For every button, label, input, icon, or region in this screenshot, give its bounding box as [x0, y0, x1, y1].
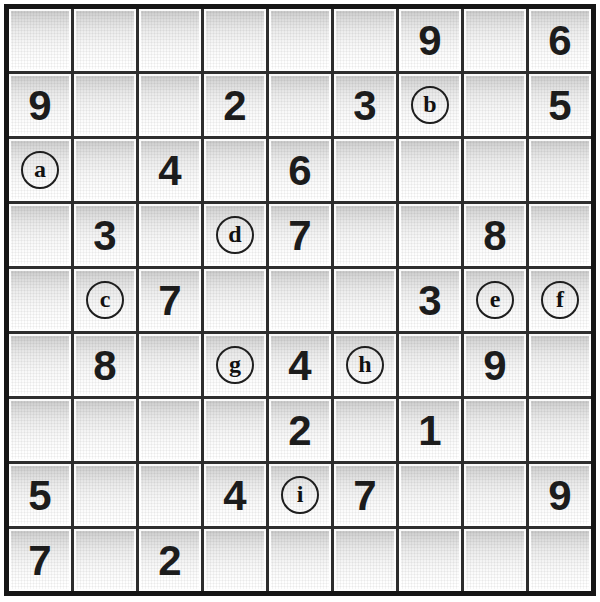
cell-r5c9[interactable]: f — [529, 269, 591, 331]
cell-r8c4[interactable]: 4 — [204, 464, 266, 526]
cell-r9c2[interactable] — [74, 529, 136, 591]
circled-letter-glyph: d — [228, 222, 241, 246]
given-digit: 6 — [288, 150, 311, 192]
cell-r6c1[interactable] — [9, 334, 71, 396]
given-digit: 8 — [483, 215, 506, 257]
given-digit: 3 — [418, 280, 441, 322]
given-digit: 9 — [548, 475, 571, 517]
given-digit: 4 — [288, 345, 311, 387]
cell-r4c9[interactable] — [529, 204, 591, 266]
cell-r9c4[interactable] — [204, 529, 266, 591]
given-digit: 7 — [158, 280, 181, 322]
cell-r3c2[interactable] — [74, 139, 136, 201]
cell-r5c8[interactable]: e — [464, 269, 526, 331]
cell-r7c8[interactable] — [464, 399, 526, 461]
cell-r9c1[interactable]: 7 — [9, 529, 71, 591]
cell-r8c5[interactable]: i — [269, 464, 331, 526]
cell-r4c7[interactable] — [399, 204, 461, 266]
cell-r1c7[interactable]: 9 — [399, 9, 461, 71]
circled-letter-glyph: h — [358, 352, 371, 376]
circled-letter-glyph: g — [229, 352, 241, 376]
given-digit: 3 — [93, 215, 116, 257]
cell-r2c9[interactable]: 5 — [529, 74, 591, 136]
cell-r9c3[interactable]: 2 — [139, 529, 201, 591]
circled-letter-glyph: b — [423, 92, 436, 116]
cell-r3c4[interactable] — [204, 139, 266, 201]
cell-r5c3[interactable]: 7 — [139, 269, 201, 331]
circled-letter-h: h — [346, 346, 384, 384]
cell-r7c4[interactable] — [204, 399, 266, 461]
cell-r6c7[interactable] — [399, 334, 461, 396]
circled-letter-glyph: i — [297, 482, 304, 506]
cell-r9c5[interactable] — [269, 529, 331, 591]
cell-r9c8[interactable] — [464, 529, 526, 591]
cell-r5c2[interactable]: c — [74, 269, 136, 331]
cell-r7c9[interactable] — [529, 399, 591, 461]
given-digit: 7 — [288, 215, 311, 257]
cell-r1c8[interactable] — [464, 9, 526, 71]
circled-letter-f: f — [541, 281, 579, 319]
cell-r4c2[interactable]: 3 — [74, 204, 136, 266]
cell-r6c5[interactable]: 4 — [269, 334, 331, 396]
cell-r1c6[interactable] — [334, 9, 396, 71]
cell-r1c1[interactable] — [9, 9, 71, 71]
circled-letter-d: d — [216, 216, 254, 254]
given-digit: 9 — [483, 345, 506, 387]
cell-r5c6[interactable] — [334, 269, 396, 331]
given-digit: 1 — [418, 410, 441, 452]
cell-r3c8[interactable] — [464, 139, 526, 201]
cell-r2c8[interactable] — [464, 74, 526, 136]
cell-r2c6[interactable]: 3 — [334, 74, 396, 136]
given-digit: 6 — [548, 20, 571, 62]
cell-r5c5[interactable] — [269, 269, 331, 331]
cell-r1c9[interactable]: 6 — [529, 9, 591, 71]
cell-r7c6[interactable] — [334, 399, 396, 461]
cell-r2c7[interactable]: b — [399, 74, 461, 136]
given-digit: 2 — [223, 85, 246, 127]
circled-letter-i: i — [281, 476, 319, 514]
cell-r2c5[interactable] — [269, 74, 331, 136]
cell-r7c1[interactable] — [9, 399, 71, 461]
cell-r8c6[interactable]: 7 — [334, 464, 396, 526]
cell-r4c4[interactable]: d — [204, 204, 266, 266]
given-digit: 9 — [418, 20, 441, 62]
circled-letter-a: a — [21, 151, 59, 189]
cell-r6c2[interactable]: 8 — [74, 334, 136, 396]
given-digit: 4 — [158, 150, 181, 192]
cell-r4c6[interactable] — [334, 204, 396, 266]
cell-r5c1[interactable] — [9, 269, 71, 331]
cell-r7c5[interactable]: 2 — [269, 399, 331, 461]
cell-r1c4[interactable] — [204, 9, 266, 71]
cell-r8c1[interactable]: 5 — [9, 464, 71, 526]
cell-r6c3[interactable] — [139, 334, 201, 396]
circled-letter-e: e — [476, 281, 514, 319]
cell-r5c4[interactable] — [204, 269, 266, 331]
circled-letter-glyph: c — [100, 287, 111, 311]
cell-r7c2[interactable] — [74, 399, 136, 461]
cell-r3c7[interactable] — [399, 139, 461, 201]
circled-letter-g: g — [216, 346, 254, 384]
circled-letter-glyph: f — [556, 287, 564, 311]
cell-r3c3[interactable]: 4 — [139, 139, 201, 201]
cell-r2c3[interactable] — [139, 74, 201, 136]
given-digit: 7 — [353, 475, 376, 517]
cell-r9c6[interactable] — [334, 529, 396, 591]
cell-r9c7[interactable] — [399, 529, 461, 591]
circled-letter-b: b — [411, 86, 449, 124]
circled-letter-glyph: a — [34, 157, 46, 181]
cell-r8c8[interactable] — [464, 464, 526, 526]
cell-r2c1[interactable]: 9 — [9, 74, 71, 136]
given-digit: 5 — [548, 85, 571, 127]
given-digit: 5 — [28, 475, 51, 517]
cell-r4c3[interactable] — [139, 204, 201, 266]
circled-letter-glyph: e — [490, 287, 501, 311]
cell-r8c3[interactable] — [139, 464, 201, 526]
cell-r3c9[interactable] — [529, 139, 591, 201]
cell-r8c2[interactable] — [74, 464, 136, 526]
cell-r8c9[interactable]: 9 — [529, 464, 591, 526]
cell-r2c4[interactable]: 2 — [204, 74, 266, 136]
cell-r6c8[interactable]: 9 — [464, 334, 526, 396]
cell-r3c1[interactable]: a — [9, 139, 71, 201]
circled-letter-c: c — [86, 281, 124, 319]
cell-r5c7[interactable]: 3 — [399, 269, 461, 331]
sudoku-board-wrap: 96923b5a463d78c73ef8g4h92154i7972 — [0, 0, 600, 602]
cell-r4c5[interactable]: 7 — [269, 204, 331, 266]
sudoku-grid: 96923b5a463d78c73ef8g4h92154i7972 — [4, 4, 596, 596]
given-digit: 8 — [93, 345, 116, 387]
given-digit: 7 — [28, 540, 51, 582]
cell-r7c7[interactable]: 1 — [399, 399, 461, 461]
cell-r4c8[interactable]: 8 — [464, 204, 526, 266]
cell-r1c2[interactable] — [74, 9, 136, 71]
cell-r9c9[interactable] — [529, 529, 591, 591]
cell-r6c9[interactable] — [529, 334, 591, 396]
cell-r4c1[interactable] — [9, 204, 71, 266]
cell-r3c6[interactable] — [334, 139, 396, 201]
cell-r7c3[interactable] — [139, 399, 201, 461]
given-digit: 4 — [223, 475, 246, 517]
cell-r8c7[interactable] — [399, 464, 461, 526]
cell-r1c3[interactable] — [139, 9, 201, 71]
given-digit: 3 — [353, 85, 376, 127]
cell-r2c2[interactable] — [74, 74, 136, 136]
cell-r6c4[interactable]: g — [204, 334, 266, 396]
cell-r6c6[interactable]: h — [334, 334, 396, 396]
cell-r3c5[interactable]: 6 — [269, 139, 331, 201]
given-digit: 2 — [158, 540, 181, 582]
given-digit: 9 — [28, 85, 51, 127]
given-digit: 2 — [288, 410, 311, 452]
cell-r1c5[interactable] — [269, 9, 331, 71]
